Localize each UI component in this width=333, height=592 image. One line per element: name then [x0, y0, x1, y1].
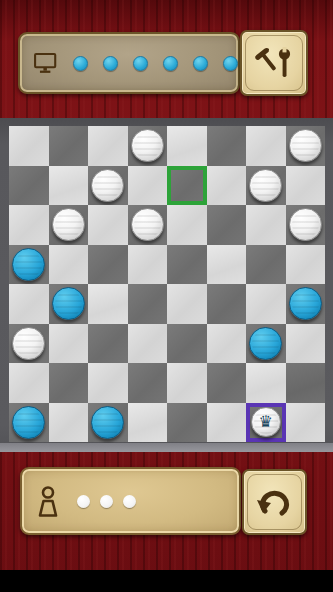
blue-captured-dot — [73, 56, 88, 71]
cell-r7c4[interactable] — [167, 403, 207, 443]
cell-r2c0[interactable] — [9, 205, 49, 245]
hammer-wrench-icon — [254, 46, 294, 80]
cell-r1c6[interactable] — [246, 166, 286, 206]
board-grid: ♛ — [9, 126, 325, 442]
blue-piece[interactable] — [91, 406, 124, 439]
cell-r7c2[interactable] — [88, 403, 128, 443]
cell-r0c4[interactable] — [167, 126, 207, 166]
blue-captured-dot — [193, 56, 208, 71]
player-captures-panel — [20, 467, 241, 535]
cell-r3c1[interactable] — [49, 245, 89, 285]
blue-piece[interactable] — [12, 248, 45, 281]
blue-captured-dot — [223, 56, 238, 71]
white-piece[interactable] — [289, 208, 322, 241]
cell-r3c6[interactable] — [246, 245, 286, 285]
cell-r3c0[interactable] — [9, 245, 49, 285]
cell-r7c7[interactable] — [286, 403, 326, 443]
cell-r6c4[interactable] — [167, 363, 207, 403]
cell-r2c7[interactable] — [286, 205, 326, 245]
captured-blue-dots — [73, 56, 238, 71]
cell-r1c0[interactable] — [9, 166, 49, 206]
cell-r5c6[interactable] — [246, 324, 286, 364]
cell-r2c1[interactable] — [49, 205, 89, 245]
white-captured-dot — [100, 495, 113, 508]
cell-r1c2[interactable] — [88, 166, 128, 206]
white-piece[interactable] — [131, 129, 164, 162]
cell-r2c2[interactable] — [88, 205, 128, 245]
cell-r3c7[interactable] — [286, 245, 326, 285]
cell-r3c4[interactable] — [167, 245, 207, 285]
cell-r7c0[interactable] — [9, 403, 49, 443]
cell-r1c7[interactable] — [286, 166, 326, 206]
cell-r5c3[interactable] — [128, 324, 168, 364]
cell-r5c4[interactable] — [167, 324, 207, 364]
blue-piece[interactable] — [289, 287, 322, 320]
cell-r6c1[interactable] — [49, 363, 89, 403]
undo-arrow-icon — [255, 485, 295, 519]
blue-piece[interactable] — [12, 406, 45, 439]
cell-r4c0[interactable] — [9, 284, 49, 324]
cell-r6c2[interactable] — [88, 363, 128, 403]
blue-captured-dot — [163, 56, 178, 71]
app-screen: ♛ — [0, 0, 333, 592]
cell-r5c5[interactable] — [207, 324, 247, 364]
cell-r5c7[interactable] — [286, 324, 326, 364]
navigation-strip — [0, 570, 333, 592]
blue-piece[interactable] — [52, 287, 85, 320]
cell-r2c5[interactable] — [207, 205, 247, 245]
cell-r4c6[interactable] — [246, 284, 286, 324]
cell-r4c2[interactable] — [88, 284, 128, 324]
cell-r4c7[interactable] — [286, 284, 326, 324]
white-captured-dot — [123, 495, 136, 508]
cell-r4c4[interactable] — [167, 284, 207, 324]
cell-r5c0[interactable] — [9, 324, 49, 364]
checkers-board: ♛ — [0, 118, 333, 452]
white-piece[interactable] — [289, 129, 322, 162]
blue-piece[interactable] — [249, 327, 282, 360]
cell-r3c5[interactable] — [207, 245, 247, 285]
cell-r7c5[interactable] — [207, 403, 247, 443]
cell-r7c3[interactable] — [128, 403, 168, 443]
cell-r7c6[interactable]: ♛ — [246, 403, 286, 443]
cell-r3c3[interactable] — [128, 245, 168, 285]
cell-r0c3[interactable] — [128, 126, 168, 166]
cell-r3c2[interactable] — [88, 245, 128, 285]
computer-captures-panel — [18, 32, 240, 94]
cell-r4c1[interactable] — [49, 284, 89, 324]
white-piece[interactable] — [131, 208, 164, 241]
white-king-piece[interactable]: ♛ — [251, 407, 281, 437]
cell-r0c7[interactable] — [286, 126, 326, 166]
cell-r0c5[interactable] — [207, 126, 247, 166]
cell-r6c7[interactable] — [286, 363, 326, 403]
blue-captured-dot — [103, 56, 118, 71]
white-piece[interactable] — [52, 208, 85, 241]
cell-r6c6[interactable] — [246, 363, 286, 403]
captured-white-dots — [77, 495, 136, 508]
blue-captured-dot — [133, 56, 148, 71]
cell-r2c4[interactable] — [167, 205, 207, 245]
cell-r4c5[interactable] — [207, 284, 247, 324]
cell-r1c3[interactable] — [128, 166, 168, 206]
white-captured-dot — [77, 495, 90, 508]
cell-r6c5[interactable] — [207, 363, 247, 403]
cell-r2c3[interactable] — [128, 205, 168, 245]
cell-r2c6[interactable] — [246, 205, 286, 245]
tools-button[interactable] — [240, 30, 308, 96]
cell-r0c1[interactable] — [49, 126, 89, 166]
cell-r6c3[interactable] — [128, 363, 168, 403]
king-crown-icon: ♛ — [252, 408, 280, 436]
cell-r0c0[interactable] — [9, 126, 49, 166]
cell-r0c6[interactable] — [246, 126, 286, 166]
white-piece[interactable] — [91, 169, 124, 202]
cell-r1c4[interactable] — [167, 166, 207, 206]
undo-button[interactable] — [242, 469, 307, 535]
cell-r1c1[interactable] — [49, 166, 89, 206]
cell-r5c1[interactable] — [49, 324, 89, 364]
white-piece[interactable] — [12, 327, 45, 360]
cell-r5c2[interactable] — [88, 324, 128, 364]
cell-r7c1[interactable] — [49, 403, 89, 443]
cell-r1c5[interactable] — [207, 166, 247, 206]
cell-r4c3[interactable] — [128, 284, 168, 324]
person-icon — [36, 485, 60, 518]
monitor-icon — [33, 47, 58, 79]
cell-r0c2[interactable] — [88, 126, 128, 166]
cell-r6c0[interactable] — [9, 363, 49, 403]
white-piece[interactable] — [249, 169, 282, 202]
